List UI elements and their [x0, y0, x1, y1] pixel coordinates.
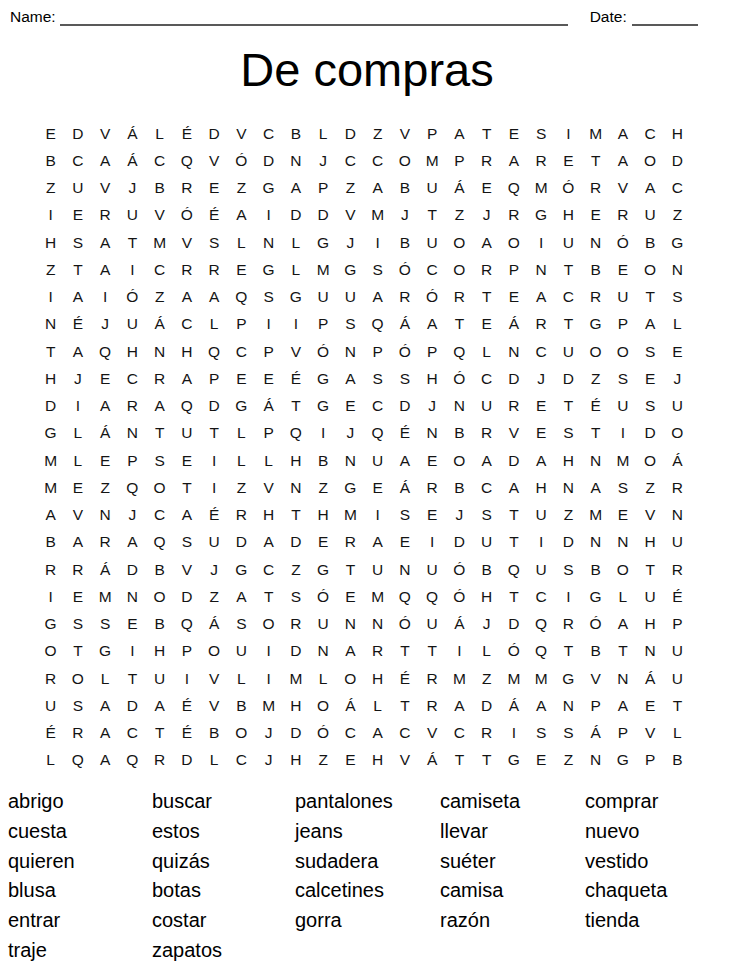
- grid-cell: U: [419, 556, 446, 583]
- header: Name: Date:: [10, 6, 702, 26]
- grid-cell: T: [555, 638, 582, 665]
- word-list-item: pantalones: [295, 787, 393, 817]
- grid-cell: M: [310, 256, 337, 283]
- grid-cell: I: [528, 529, 555, 556]
- grid-cell: I: [609, 420, 636, 447]
- grid-cell: C: [528, 583, 555, 610]
- grid-cell: Q: [364, 420, 391, 447]
- grid-cell: A: [609, 611, 636, 638]
- grid-cell: G: [92, 638, 119, 665]
- grid-cell: E: [337, 393, 364, 420]
- grid-cell: C: [446, 720, 473, 747]
- grid-cell: B: [391, 229, 418, 256]
- grid-cell: R: [64, 556, 91, 583]
- grid-cell: E: [664, 338, 691, 365]
- grid-cell: D: [310, 202, 337, 229]
- grid-cell: H: [528, 474, 555, 501]
- grid-cell: I: [173, 665, 200, 692]
- grid-cell: U: [528, 556, 555, 583]
- grid-cell: Z: [473, 665, 500, 692]
- grid-cell: G: [228, 393, 255, 420]
- grid-cell: P: [419, 120, 446, 147]
- grid-cell: L: [228, 447, 255, 474]
- grid-cell: B: [664, 747, 691, 774]
- grid-cell: L: [364, 692, 391, 719]
- grid-cell: É: [201, 502, 228, 529]
- grid-cell: D: [64, 120, 91, 147]
- grid-cell: E: [609, 256, 636, 283]
- grid-cell: N: [119, 583, 146, 610]
- grid-cell: N: [664, 502, 691, 529]
- grid-cell: G: [310, 229, 337, 256]
- grid-cell: S: [664, 284, 691, 311]
- grid-cell: A: [446, 120, 473, 147]
- grid-cell: N: [119, 420, 146, 447]
- grid-cell: R: [37, 556, 64, 583]
- grid-cell: A: [337, 638, 364, 665]
- grid-cell: Ó: [119, 284, 146, 311]
- grid-cell: N: [37, 311, 64, 338]
- grid-cell: A: [473, 447, 500, 474]
- grid-cell: L: [473, 638, 500, 665]
- grid-cell: T: [555, 311, 582, 338]
- grid-cell: U: [637, 202, 664, 229]
- grid-cell: A: [37, 502, 64, 529]
- grid-cell: T: [173, 474, 200, 501]
- grid-cell: J: [337, 229, 364, 256]
- grid-cell: T: [473, 747, 500, 774]
- grid-cell: R: [119, 393, 146, 420]
- grid-cell: C: [173, 311, 200, 338]
- grid-cell: Z: [337, 175, 364, 202]
- grid-cell: D: [664, 147, 691, 174]
- grid-cell: O: [637, 147, 664, 174]
- grid-cell: T: [419, 638, 446, 665]
- grid-cell: Ó: [555, 175, 582, 202]
- grid-cell: T: [582, 147, 609, 174]
- grid-cell: T: [391, 638, 418, 665]
- grid-cell: U: [664, 665, 691, 692]
- grid-cell: U: [310, 284, 337, 311]
- grid-cell: N: [582, 447, 609, 474]
- grid-cell: U: [64, 175, 91, 202]
- grid-cell: C: [364, 147, 391, 174]
- grid-cell: T: [255, 583, 282, 610]
- grid-cell: N: [528, 256, 555, 283]
- grid-cell: A: [419, 311, 446, 338]
- grid-cell: B: [37, 529, 64, 556]
- grid-cell: B: [446, 420, 473, 447]
- word-list-item: suéter: [440, 847, 520, 877]
- grid-cell: Q: [282, 420, 309, 447]
- grid-cell: I: [119, 256, 146, 283]
- grid-cell: S: [282, 583, 309, 610]
- grid-cell: T: [582, 420, 609, 447]
- grid-cell: A: [500, 147, 527, 174]
- grid-cell: S: [609, 365, 636, 392]
- grid-cell: T: [146, 720, 173, 747]
- grid-cell: V: [92, 175, 119, 202]
- word-list-item: cuesta: [8, 817, 75, 847]
- grid-cell: I: [255, 311, 282, 338]
- grid-cell: U: [609, 393, 636, 420]
- grid-cell: R: [528, 311, 555, 338]
- grid-cell: G: [555, 665, 582, 692]
- grid-cell: E: [391, 529, 418, 556]
- grid-cell: Z: [555, 747, 582, 774]
- grid-cell: V: [419, 720, 446, 747]
- grid-cell: Á: [500, 692, 527, 719]
- grid-cell: R: [446, 284, 473, 311]
- grid-cell: Z: [310, 474, 337, 501]
- grid-cell: B: [228, 692, 255, 719]
- grid-cell: L: [64, 447, 91, 474]
- grid-cell: J: [92, 311, 119, 338]
- grid-cell: E: [173, 447, 200, 474]
- grid-cell: D: [337, 120, 364, 147]
- grid-cell: Z: [664, 202, 691, 229]
- grid-cell: M: [92, 583, 119, 610]
- grid-cell: E: [255, 365, 282, 392]
- grid-cell: R: [391, 284, 418, 311]
- grid-cell: N: [364, 611, 391, 638]
- grid-cell: Z: [364, 120, 391, 147]
- grid-cell: L: [228, 229, 255, 256]
- grid-cell: Z: [637, 474, 664, 501]
- grid-cell: N: [446, 393, 473, 420]
- grid-cell: S: [64, 229, 91, 256]
- grid-cell: T: [201, 420, 228, 447]
- grid-cell: G: [664, 229, 691, 256]
- grid-cell: E: [500, 120, 527, 147]
- grid-cell: N: [419, 420, 446, 447]
- grid-cell: U: [173, 420, 200, 447]
- grid-cell: O: [391, 147, 418, 174]
- grid-cell: J: [255, 720, 282, 747]
- grid-cell: R: [664, 474, 691, 501]
- grid-cell: L: [664, 720, 691, 747]
- grid-cell: R: [473, 256, 500, 283]
- grid-cell: U: [609, 284, 636, 311]
- grid-cell: G: [337, 256, 364, 283]
- grid-cell: L: [609, 583, 636, 610]
- grid-cell: C: [64, 147, 91, 174]
- grid-cell: D: [391, 393, 418, 420]
- grid-cell: V: [146, 202, 173, 229]
- grid-cell: G: [310, 365, 337, 392]
- grid-cell: A: [64, 284, 91, 311]
- grid-cell: A: [364, 720, 391, 747]
- grid-cell: P: [255, 338, 282, 365]
- grid-cell: U: [364, 556, 391, 583]
- word-list-item: razón: [440, 906, 520, 936]
- grid-cell: T: [119, 665, 146, 692]
- grid-cell: O: [637, 256, 664, 283]
- grid-cell: R: [146, 365, 173, 392]
- grid-cell: R: [582, 284, 609, 311]
- grid-cell: E: [310, 529, 337, 556]
- grid-cell: E: [37, 120, 64, 147]
- name-input-line[interactable]: [60, 8, 568, 26]
- grid-cell: A: [582, 474, 609, 501]
- grid-cell: Ó: [419, 284, 446, 311]
- grid-cell: Q: [364, 311, 391, 338]
- grid-cell: G: [282, 284, 309, 311]
- grid-cell: V: [201, 692, 228, 719]
- grid-cell: É: [173, 692, 200, 719]
- grid-cell: Ó: [310, 720, 337, 747]
- grid-cell: O: [337, 665, 364, 692]
- grid-cell: G: [609, 747, 636, 774]
- grid-cell: O: [228, 720, 255, 747]
- grid-cell: É: [664, 583, 691, 610]
- grid-cell: E: [473, 175, 500, 202]
- grid-cell: G: [310, 556, 337, 583]
- grid-cell: Z: [146, 284, 173, 311]
- grid-cell: M: [364, 202, 391, 229]
- grid-cell: Z: [37, 256, 64, 283]
- grid-cell: A: [609, 120, 636, 147]
- grid-cell: A: [446, 692, 473, 719]
- grid-cell: Q: [201, 338, 228, 365]
- grid-cell: M: [364, 583, 391, 610]
- grid-cell: L: [282, 229, 309, 256]
- word-list-item: buscar: [152, 787, 222, 817]
- grid-cell: H: [473, 583, 500, 610]
- grid-cell: Z: [555, 502, 582, 529]
- grid-cell: V: [391, 120, 418, 147]
- grid-cell: O: [146, 474, 173, 501]
- grid-cell: V: [582, 665, 609, 692]
- grid-cell: T: [337, 556, 364, 583]
- grid-cell: V: [228, 120, 255, 147]
- date-input-line[interactable]: [632, 8, 698, 26]
- grid-cell: D: [37, 393, 64, 420]
- grid-cell: I: [201, 447, 228, 474]
- grid-cell: M: [337, 502, 364, 529]
- grid-cell: E: [637, 692, 664, 719]
- grid-cell: A: [92, 256, 119, 283]
- grid-cell: C: [555, 284, 582, 311]
- grid-cell: L: [310, 120, 337, 147]
- grid-cell: Z: [446, 202, 473, 229]
- grid-cell: A: [64, 529, 91, 556]
- grid-cell: H: [664, 120, 691, 147]
- grid-cell: T: [37, 338, 64, 365]
- grid-cell: N: [92, 502, 119, 529]
- grid-cell: E: [582, 202, 609, 229]
- grid-cell: I: [419, 529, 446, 556]
- grid-cell: R: [92, 202, 119, 229]
- grid-cell: E: [64, 583, 91, 610]
- grid-cell: S: [92, 611, 119, 638]
- grid-cell: I: [310, 420, 337, 447]
- grid-cell: Z: [228, 474, 255, 501]
- grid-cell: D: [282, 202, 309, 229]
- grid-cell: P: [582, 692, 609, 719]
- grid-cell: R: [201, 256, 228, 283]
- grid-cell: T: [555, 393, 582, 420]
- grid-cell: Á: [500, 311, 527, 338]
- grid-cell: N: [310, 638, 337, 665]
- grid-cell: A: [528, 447, 555, 474]
- grid-cell: B: [201, 720, 228, 747]
- grid-cell: U: [664, 529, 691, 556]
- grid-cell: E: [364, 474, 391, 501]
- grid-cell: V: [173, 229, 200, 256]
- grid-cell: Q: [92, 338, 119, 365]
- grid-cell: S: [555, 420, 582, 447]
- grid-cell: Á: [637, 665, 664, 692]
- grid-cell: Ó: [391, 256, 418, 283]
- grid-cell: T: [446, 311, 473, 338]
- grid-cell: D: [637, 420, 664, 447]
- grid-cell: L: [255, 447, 282, 474]
- grid-cell: J: [119, 175, 146, 202]
- grid-cell: H: [419, 365, 446, 392]
- grid-cell: G: [500, 747, 527, 774]
- grid-cell: E: [119, 611, 146, 638]
- word-list-item: llevar: [440, 817, 520, 847]
- grid-cell: N: [609, 529, 636, 556]
- grid-cell: Q: [173, 147, 200, 174]
- grid-cell: N: [582, 747, 609, 774]
- grid-cell: V: [201, 665, 228, 692]
- word-search-grid: EDVÁLÉDVCBLDZVPATESIMACHBCAÁCQVÓDNJCCOMP…: [37, 120, 691, 774]
- grid-cell: R: [473, 420, 500, 447]
- grid-cell: M: [37, 447, 64, 474]
- grid-cell: S: [364, 365, 391, 392]
- grid-cell: Q: [500, 556, 527, 583]
- grid-cell: V: [391, 747, 418, 774]
- grid-cell: H: [282, 692, 309, 719]
- grid-cell: Á: [92, 420, 119, 447]
- grid-cell: H: [637, 611, 664, 638]
- grid-cell: D: [555, 529, 582, 556]
- grid-cell: U: [419, 175, 446, 202]
- grid-cell: É: [201, 202, 228, 229]
- word-list-item: calcetines: [295, 876, 393, 906]
- grid-cell: D: [228, 529, 255, 556]
- grid-cell: S: [173, 529, 200, 556]
- grid-cell: Ó: [228, 147, 255, 174]
- grid-cell: J: [664, 365, 691, 392]
- grid-cell: B: [582, 638, 609, 665]
- grid-cell: T: [119, 229, 146, 256]
- grid-cell: R: [419, 692, 446, 719]
- grid-cell: N: [282, 474, 309, 501]
- grid-cell: N: [146, 338, 173, 365]
- grid-cell: R: [419, 665, 446, 692]
- grid-cell: V: [500, 420, 527, 447]
- name-label: Name:: [10, 8, 56, 26]
- grid-cell: O: [37, 638, 64, 665]
- grid-cell: T: [500, 502, 527, 529]
- grid-cell: J: [419, 393, 446, 420]
- grid-cell: Z: [37, 175, 64, 202]
- grid-cell: E: [64, 202, 91, 229]
- grid-cell: D: [282, 720, 309, 747]
- grid-cell: C: [255, 120, 282, 147]
- grid-cell: A: [92, 720, 119, 747]
- grid-cell: D: [119, 692, 146, 719]
- grid-cell: Ó: [446, 365, 473, 392]
- grid-cell: A: [609, 692, 636, 719]
- grid-cell: U: [664, 638, 691, 665]
- grid-cell: P: [228, 311, 255, 338]
- grid-cell: Q: [391, 583, 418, 610]
- grid-cell: C: [146, 502, 173, 529]
- grid-cell: P: [119, 447, 146, 474]
- grid-cell: C: [391, 720, 418, 747]
- grid-cell: Á: [119, 147, 146, 174]
- grid-cell: O: [201, 638, 228, 665]
- grid-cell: S: [555, 556, 582, 583]
- grid-cell: V: [337, 202, 364, 229]
- grid-cell: I: [255, 665, 282, 692]
- grid-cell: P: [173, 638, 200, 665]
- grid-cell: Q: [528, 611, 555, 638]
- grid-cell: U: [555, 338, 582, 365]
- grid-cell: R: [419, 474, 446, 501]
- grid-cell: O: [146, 583, 173, 610]
- grid-cell: E: [419, 502, 446, 529]
- grid-cell: A: [528, 284, 555, 311]
- grid-cell: H: [282, 447, 309, 474]
- grid-cell: Á: [391, 311, 418, 338]
- grid-cell: D: [173, 747, 200, 774]
- grid-cell: M: [528, 175, 555, 202]
- grid-cell: S: [637, 393, 664, 420]
- grid-cell: U: [37, 692, 64, 719]
- puzzle-title: De compras: [0, 42, 734, 97]
- worksheet-page: Name: Date: De compras EDVÁLÉDVCBLDZVPAT…: [0, 0, 734, 974]
- grid-cell: G: [37, 611, 64, 638]
- grid-cell: Q: [64, 747, 91, 774]
- grid-cell: B: [37, 147, 64, 174]
- grid-cell: T: [500, 583, 527, 610]
- grid-cell: U: [637, 583, 664, 610]
- grid-cell: P: [255, 420, 282, 447]
- grid-cell: É: [391, 420, 418, 447]
- grid-cell: D: [473, 692, 500, 719]
- grid-cell: M: [255, 692, 282, 719]
- grid-cell: V: [637, 502, 664, 529]
- word-list-item: abrigo: [8, 787, 75, 817]
- grid-cell: I: [528, 229, 555, 256]
- grid-cell: G: [255, 256, 282, 283]
- grid-cell: D: [446, 529, 473, 556]
- grid-cell: Z: [282, 556, 309, 583]
- grid-cell: H: [637, 529, 664, 556]
- grid-cell: L: [228, 420, 255, 447]
- grid-cell: U: [364, 447, 391, 474]
- grid-cell: N: [664, 256, 691, 283]
- grid-cell: E: [228, 365, 255, 392]
- grid-cell: H: [173, 338, 200, 365]
- grid-cell: Á: [146, 311, 173, 338]
- grid-cell: G: [310, 393, 337, 420]
- grid-cell: P: [609, 720, 636, 747]
- grid-cell: Q: [119, 747, 146, 774]
- grid-cell: R: [500, 202, 527, 229]
- grid-cell: C: [473, 365, 500, 392]
- grid-cell: G: [582, 583, 609, 610]
- grid-cell: A: [92, 393, 119, 420]
- grid-cell: R: [582, 175, 609, 202]
- grid-cell: R: [92, 529, 119, 556]
- grid-cell: C: [228, 338, 255, 365]
